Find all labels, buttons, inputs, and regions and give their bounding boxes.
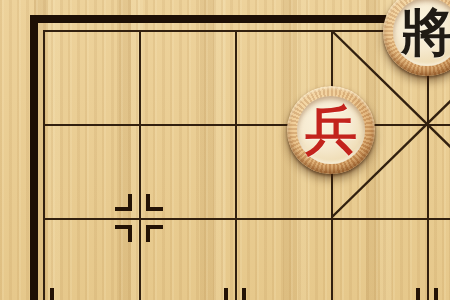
marker-corner [211,288,228,300]
board-cell [43,30,139,124]
piece-red-soldier[interactable]: 兵 [287,86,375,174]
marker-corner [403,288,420,300]
piece-label: 將 [383,0,450,76]
piece-black-general[interactable]: 將 [383,0,450,76]
marker-corner [434,288,450,300]
piece-label: 兵 [287,86,375,174]
board-cell [139,30,235,124]
marker-corner [50,288,67,300]
marker-corner [242,288,259,300]
xiangqi-board[interactable]: 將 兵 [0,0,450,300]
marker-corner [115,225,132,242]
marker-corner [146,225,163,242]
marker-corner [115,194,132,211]
board-outer-border-left [30,15,38,300]
marker-corner [146,194,163,211]
